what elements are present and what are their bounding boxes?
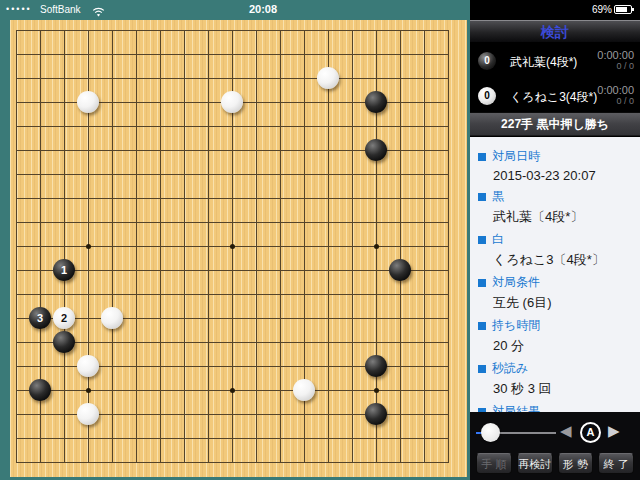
black-player-periods: 0 / 0: [597, 61, 634, 71]
info-value: 2015-03-23 20:07: [493, 168, 632, 183]
player-row-white: 0 くろねこ3(4段*) 0:00:00 0 / 0: [470, 82, 640, 112]
star-point-icon: [374, 244, 379, 249]
action-button[interactable]: 終 了: [598, 453, 634, 474]
action-button[interactable]: 再検討: [517, 453, 553, 474]
bullet-icon: [478, 279, 486, 287]
move-slider-knob[interactable]: [481, 423, 500, 442]
action-button[interactable]: 手 順: [476, 453, 512, 474]
white-player-time: 0:00:00: [597, 84, 634, 96]
bullet-icon: [478, 193, 486, 201]
goban-board[interactable]: 132: [0, 20, 470, 480]
prev-move-button[interactable]: ◀: [560, 422, 572, 440]
player-row-black: 0 武礼葉(4段*) 0:00:00 0 / 0: [470, 47, 640, 77]
white-stone: [77, 403, 99, 425]
bullet-icon: [478, 153, 486, 161]
white-stone: [101, 307, 123, 329]
black-stone: [29, 379, 51, 401]
black-stone: [365, 139, 387, 161]
info-label: 黒: [478, 188, 632, 205]
star-point-icon: [374, 388, 379, 393]
black-stone: [365, 355, 387, 377]
info-value: くろねこ3〔4段*〕: [493, 251, 632, 269]
white-stone: [221, 91, 243, 113]
goban-grid: 132: [16, 30, 449, 463]
action-buttons: 手 順再検討形 勢終 了: [476, 453, 634, 474]
black-stone: [389, 259, 411, 281]
black-stone: [365, 91, 387, 113]
carrier-label: SoftBank: [40, 4, 81, 15]
status-bar-left: ••••• SoftBank 20:08: [0, 0, 470, 20]
info-value: 武礼葉〔4段*〕: [493, 208, 632, 226]
goban-wood: 132: [10, 20, 467, 477]
black-player-time: 0:00:00: [597, 49, 634, 61]
info-label: 対局日時: [478, 148, 632, 165]
status-clock: 20:08: [233, 3, 293, 15]
info-label: 対局条件: [478, 274, 632, 291]
info-label: 持ち時間: [478, 317, 632, 334]
status-bar-right: 69%: [470, 0, 640, 20]
star-point-icon: [230, 388, 235, 393]
app-window: ••••• SoftBank 20:08 132 69% 検討 0: [0, 0, 640, 480]
info-label: 秒読み: [478, 360, 632, 377]
battery-icon: [614, 5, 632, 14]
black-player-name: 武礼葉(4段*): [510, 54, 577, 71]
white-stone-icon: 0: [478, 87, 496, 105]
bullet-icon: [478, 236, 486, 244]
next-move-button[interactable]: ▶: [608, 422, 620, 440]
black-stone: 1: [53, 259, 75, 281]
white-player-periods: 0 / 0: [597, 96, 634, 106]
white-stone: [77, 355, 99, 377]
white-stone: [77, 91, 99, 113]
playback-controls: ◀ A ▶ 手 順再検討形 勢終 了: [470, 412, 640, 480]
black-stone: [53, 331, 75, 353]
black-stone: 3: [29, 307, 51, 329]
white-stone: [317, 67, 339, 89]
white-player-name: くろねこ3(4段*): [510, 89, 597, 106]
info-label: 白: [478, 231, 632, 248]
white-stone: [293, 379, 315, 401]
info-value: 20 分: [493, 337, 632, 355]
board-column: ••••• SoftBank 20:08 132: [0, 0, 470, 480]
bullet-icon: [478, 322, 486, 330]
auto-play-button[interactable]: A: [580, 422, 601, 443]
side-panel: 69% 検討 0 武礼葉(4段*) 0:00:00 0 / 0 0 くろねこ3(…: [470, 0, 640, 480]
signal-strength-icon: •••••: [6, 4, 32, 14]
game-info-list: 対局日時2015-03-23 20:07黒武礼葉〔4段*〕白くろねこ3〔4段*〕…: [470, 137, 640, 412]
info-label: 対局結果: [478, 403, 632, 412]
info-value: 30 秒 3 回: [493, 380, 632, 398]
black-stone-icon: 0: [478, 52, 496, 70]
star-point-icon: [230, 244, 235, 249]
star-point-icon: [86, 244, 91, 249]
game-result-bar: 227手 黒中押し勝ち: [470, 112, 640, 136]
action-button[interactable]: 形 勢: [558, 453, 594, 474]
bullet-icon: [478, 365, 486, 373]
info-value: 互先 (6目): [493, 294, 632, 312]
black-stone: [365, 403, 387, 425]
star-point-icon: [86, 388, 91, 393]
battery-percent-label: 69%: [592, 4, 612, 15]
white-stone: 2: [53, 307, 75, 329]
review-mode-title[interactable]: 検討: [470, 20, 640, 42]
